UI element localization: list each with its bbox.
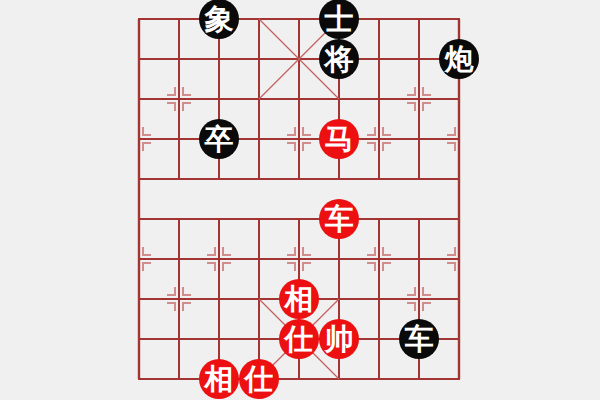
point-marker [367, 143, 375, 151]
point-marker [287, 263, 295, 271]
point-marker [423, 103, 431, 111]
red-chariot[interactable]: 车 [319, 199, 359, 239]
red-horse[interactable]: 马 [319, 119, 359, 159]
point-marker [287, 247, 295, 255]
red-advisor[interactable]: 仕 [279, 319, 319, 359]
point-marker [143, 127, 151, 135]
point-marker [207, 263, 215, 271]
point-marker [167, 287, 175, 295]
point-marker [303, 263, 311, 271]
point-marker [183, 303, 191, 311]
point-marker [407, 103, 415, 111]
red-general[interactable]: 帅 [319, 319, 359, 359]
black-advisor[interactable]: 士 [319, 0, 359, 39]
point-marker [367, 247, 375, 255]
point-marker [223, 247, 231, 255]
point-marker [447, 143, 455, 151]
red-advisor-2[interactable]: 仕 [239, 359, 279, 399]
point-marker [143, 247, 151, 255]
point-marker [423, 303, 431, 311]
point-marker [407, 287, 415, 295]
black-general[interactable]: 将 [319, 39, 359, 79]
point-marker [303, 127, 311, 135]
black-cannon[interactable]: 炮 [439, 39, 479, 79]
point-marker [423, 287, 431, 295]
black-chariot[interactable]: 车 [399, 319, 439, 359]
point-marker [383, 143, 391, 151]
point-marker [167, 87, 175, 95]
point-marker [447, 263, 455, 271]
point-marker [287, 143, 295, 151]
point-marker [383, 247, 391, 255]
point-marker [143, 263, 151, 271]
point-marker [383, 263, 391, 271]
point-marker [447, 247, 455, 255]
point-marker [223, 263, 231, 271]
point-marker [183, 287, 191, 295]
point-marker [287, 127, 295, 135]
xiangqi-board[interactable]: 象士将炮卒马车相仕帅车相仕 [0, 0, 600, 400]
point-marker [447, 127, 455, 135]
point-marker [143, 143, 151, 151]
point-marker [303, 247, 311, 255]
red-elephant-2[interactable]: 相 [199, 359, 239, 399]
point-marker [367, 127, 375, 135]
point-marker [383, 127, 391, 135]
point-marker [367, 263, 375, 271]
point-marker [183, 103, 191, 111]
point-marker [167, 303, 175, 311]
point-marker [407, 303, 415, 311]
black-elephant[interactable]: 象 [199, 0, 239, 39]
point-marker [407, 87, 415, 95]
red-elephant[interactable]: 相 [279, 279, 319, 319]
point-marker [303, 143, 311, 151]
black-pawn[interactable]: 卒 [199, 119, 239, 159]
point-marker [167, 103, 175, 111]
point-marker [423, 87, 431, 95]
point-marker [207, 247, 215, 255]
point-marker [183, 87, 191, 95]
